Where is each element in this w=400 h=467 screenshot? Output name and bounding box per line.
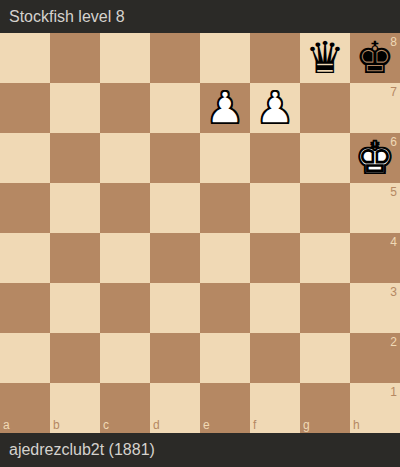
square-g2[interactable] — [300, 333, 350, 383]
piece-white-king[interactable]: ♚ — [350, 133, 400, 183]
square-c7[interactable] — [100, 83, 150, 133]
square-e6[interactable] — [200, 133, 250, 183]
file-label-c: c — [103, 419, 109, 431]
square-b6[interactable] — [50, 133, 100, 183]
square-f1[interactable]: f — [250, 383, 300, 433]
square-f3[interactable] — [250, 283, 300, 333]
square-h4[interactable]: 4 — [350, 233, 400, 283]
piece-black-queen[interactable]: ♛ — [300, 33, 350, 83]
square-d7[interactable] — [150, 83, 200, 133]
square-h8[interactable]: 8♚ — [350, 33, 400, 83]
square-g4[interactable] — [300, 233, 350, 283]
square-h3[interactable]: 3 — [350, 283, 400, 333]
square-c3[interactable] — [100, 283, 150, 333]
square-a3[interactable] — [0, 283, 50, 333]
square-d3[interactable] — [150, 283, 200, 333]
rank-label-3: 3 — [390, 286, 397, 298]
square-e3[interactable] — [200, 283, 250, 333]
square-a7[interactable] — [0, 83, 50, 133]
square-h1[interactable]: 1h — [350, 383, 400, 433]
square-g1[interactable]: g — [300, 383, 350, 433]
square-d2[interactable] — [150, 333, 200, 383]
square-g3[interactable] — [300, 283, 350, 333]
square-h7[interactable]: 7 — [350, 83, 400, 133]
square-a4[interactable] — [0, 233, 50, 283]
file-label-g: g — [303, 419, 310, 431]
square-f5[interactable] — [250, 183, 300, 233]
file-label-b: b — [53, 419, 60, 431]
square-e2[interactable] — [200, 333, 250, 383]
square-b2[interactable] — [50, 333, 100, 383]
square-a8[interactable] — [0, 33, 50, 83]
player-name-label: ajedrezclub2t (1881) — [9, 441, 155, 459]
square-b1[interactable]: b — [50, 383, 100, 433]
square-a6[interactable] — [0, 133, 50, 183]
piece-white-pawn[interactable]: ♟ — [200, 83, 250, 133]
square-f4[interactable] — [250, 233, 300, 283]
square-f8[interactable] — [250, 33, 300, 83]
piece-white-pawn[interactable]: ♟ — [250, 83, 300, 133]
square-e7[interactable]: ♟ — [200, 83, 250, 133]
square-d1[interactable]: d — [150, 383, 200, 433]
rank-label-4: 4 — [390, 236, 397, 248]
rank-label-7: 7 — [390, 86, 397, 98]
player-name-bar: ajedrezclub2t (1881) — [0, 433, 400, 467]
square-g7[interactable] — [300, 83, 350, 133]
square-f7[interactable]: ♟ — [250, 83, 300, 133]
square-g6[interactable] — [300, 133, 350, 183]
square-d4[interactable] — [150, 233, 200, 283]
square-b8[interactable] — [50, 33, 100, 83]
square-b3[interactable] — [50, 283, 100, 333]
file-label-a: a — [3, 419, 10, 431]
square-d5[interactable] — [150, 183, 200, 233]
rank-label-1: 1 — [390, 386, 397, 398]
square-c5[interactable] — [100, 183, 150, 233]
square-c2[interactable] — [100, 333, 150, 383]
square-b5[interactable] — [50, 183, 100, 233]
square-g8[interactable]: ♛ — [300, 33, 350, 83]
rank-label-2: 2 — [390, 336, 397, 348]
square-c1[interactable]: c — [100, 383, 150, 433]
opponent-name-label: Stockfish level 8 — [9, 8, 125, 26]
square-a5[interactable] — [0, 183, 50, 233]
square-e4[interactable] — [200, 233, 250, 283]
square-d6[interactable] — [150, 133, 200, 183]
square-h5[interactable]: 5 — [350, 183, 400, 233]
rank-label-5: 5 — [390, 186, 397, 198]
piece-black-king[interactable]: ♚ — [350, 33, 400, 83]
square-c6[interactable] — [100, 133, 150, 183]
square-e8[interactable] — [200, 33, 250, 83]
square-g5[interactable] — [300, 183, 350, 233]
square-c4[interactable] — [100, 233, 150, 283]
chess-board: ♛8♚♟♟76♚5432abcdefg1h — [0, 33, 400, 433]
file-label-d: d — [153, 419, 160, 431]
file-label-f: f — [253, 419, 256, 431]
square-a1[interactable]: a — [0, 383, 50, 433]
square-c8[interactable] — [100, 33, 150, 83]
square-h6[interactable]: 6♚ — [350, 133, 400, 183]
square-b4[interactable] — [50, 233, 100, 283]
square-e1[interactable]: e — [200, 383, 250, 433]
square-d8[interactable] — [150, 33, 200, 83]
opponent-name-bar: Stockfish level 8 — [0, 0, 400, 33]
square-h2[interactable]: 2 — [350, 333, 400, 383]
file-label-e: e — [203, 419, 210, 431]
square-f2[interactable] — [250, 333, 300, 383]
square-f6[interactable] — [250, 133, 300, 183]
square-b7[interactable] — [50, 83, 100, 133]
square-a2[interactable] — [0, 333, 50, 383]
file-label-h: h — [353, 419, 360, 431]
square-e5[interactable] — [200, 183, 250, 233]
